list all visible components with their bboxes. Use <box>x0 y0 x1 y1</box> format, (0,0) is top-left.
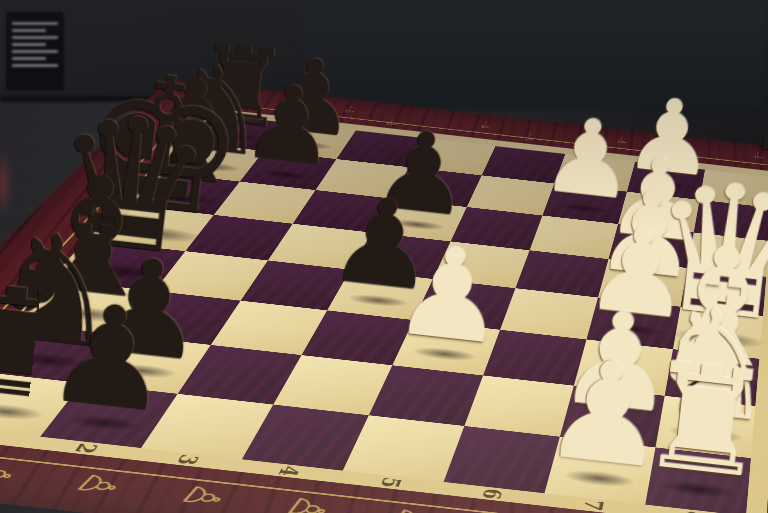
black-pawn-icon: ♟ <box>41 281 180 433</box>
far-border-engraving-icon: ·──♙ <box>615 135 630 144</box>
white-pawn-icon: ♟ <box>388 226 513 363</box>
far-border-engraving-icon: ·──♙ <box>660 148 675 158</box>
board-rotation-wrapper: 12345678♙♙♙♙♙♙♙♙·──♙·──♙·──♙·──♙·──♙·──♙… <box>0 0 768 513</box>
photo-scene: 12345678♙♙♙♙♙♙♙♙·──♙·──♙·──♙·──♙·──♙·──♙… <box>0 0 768 513</box>
far-border-engraving-icon: ·──♙ <box>752 150 765 160</box>
white-rook-icon: ♜ <box>633 340 768 500</box>
chess-board: 12345678♙♙♙♙♙♙♙♙·──♙·──♙·──♙·──♙·──♙·──♙… <box>0 79 768 513</box>
